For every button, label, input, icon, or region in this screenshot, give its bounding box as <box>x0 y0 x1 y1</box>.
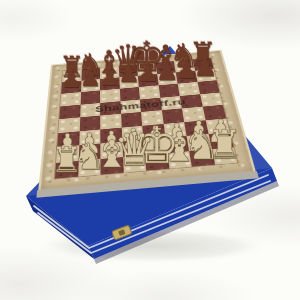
square-g1 <box>189 149 214 167</box>
square-f1 <box>167 151 192 169</box>
stage: Shahmatoff.ru ♜♞♝♛♚♝♞♜♟♟♟♟♟♟♟♟♟♟♟♟♟♟♟♟♜♞… <box>0 0 300 300</box>
chess-board: Shahmatoff.ru <box>37 8 245 216</box>
board-grid <box>55 58 237 179</box>
square-e1 <box>145 153 169 171</box>
square-c1 <box>100 157 123 175</box>
square-b1 <box>78 159 101 177</box>
square-d1 <box>123 155 147 173</box>
square-h1 <box>211 147 237 165</box>
board-slab: Shahmatoff.ru <box>38 50 256 192</box>
board-perspective: Shahmatoff.ru <box>37 8 245 216</box>
square-a1 <box>55 161 78 179</box>
